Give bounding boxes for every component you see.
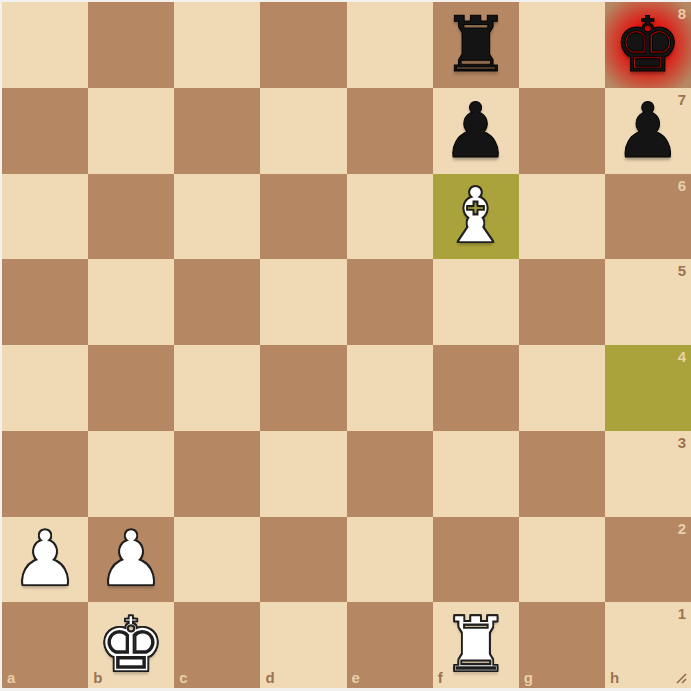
square-f6[interactable]: ♝ (433, 174, 519, 260)
square-g3[interactable] (519, 431, 605, 517)
square-b3[interactable] (88, 431, 174, 517)
square-h8[interactable]: ♚8 (605, 2, 691, 88)
coord-file-c: c (179, 670, 187, 685)
coord-rank-7: 7 (678, 92, 686, 107)
square-g8[interactable] (519, 2, 605, 88)
square-d6[interactable] (260, 174, 346, 260)
square-c3[interactable] (174, 431, 260, 517)
white-bishop[interactable]: ♝ (442, 174, 510, 260)
square-c8[interactable] (174, 2, 260, 88)
square-c4[interactable] (174, 345, 260, 431)
square-f4[interactable] (433, 345, 519, 431)
square-a1[interactable]: a (2, 602, 88, 688)
black-pawn[interactable]: ♟ (442, 88, 510, 174)
square-b2[interactable]: ♟ (88, 517, 174, 603)
square-f2[interactable] (433, 517, 519, 603)
square-g2[interactable] (519, 517, 605, 603)
square-a4[interactable] (2, 345, 88, 431)
square-b4[interactable] (88, 345, 174, 431)
square-g1[interactable]: g (519, 602, 605, 688)
coord-rank-5: 5 (678, 263, 686, 278)
square-c7[interactable] (174, 88, 260, 174)
square-c5[interactable] (174, 259, 260, 345)
black-pawn[interactable]: ♟ (614, 88, 682, 174)
coord-rank-4: 4 (678, 349, 686, 364)
square-d5[interactable] (260, 259, 346, 345)
square-h5[interactable]: 5 (605, 259, 691, 345)
square-b5[interactable] (88, 259, 174, 345)
coord-file-h: h (610, 670, 619, 685)
chess-board: ♜♚8♟♟7♝6543♟♟2a♚bcde♜fg1h (2, 2, 691, 688)
chess-board-page: ♜♚8♟♟7♝6543♟♟2a♚bcde♜fg1h (0, 0, 691, 691)
square-b7[interactable] (88, 88, 174, 174)
square-c1[interactable]: c (174, 602, 260, 688)
square-d2[interactable] (260, 517, 346, 603)
square-d4[interactable] (260, 345, 346, 431)
square-e1[interactable]: e (347, 602, 433, 688)
square-h6[interactable]: 6 (605, 174, 691, 260)
coord-file-f: f (438, 670, 443, 685)
square-a5[interactable] (2, 259, 88, 345)
square-d8[interactable] (260, 2, 346, 88)
square-h7[interactable]: ♟7 (605, 88, 691, 174)
square-a7[interactable] (2, 88, 88, 174)
square-c6[interactable] (174, 174, 260, 260)
square-h2[interactable]: 2 (605, 517, 691, 603)
square-f3[interactable] (433, 431, 519, 517)
black-king[interactable]: ♚ (614, 2, 682, 88)
square-g4[interactable] (519, 345, 605, 431)
coord-rank-2: 2 (678, 521, 686, 536)
square-h4[interactable]: 4 (605, 345, 691, 431)
coord-file-a: a (7, 670, 15, 685)
square-a2[interactable]: ♟ (2, 517, 88, 603)
square-b6[interactable] (88, 174, 174, 260)
square-e3[interactable] (347, 431, 433, 517)
square-d3[interactable] (260, 431, 346, 517)
white-pawn[interactable]: ♟ (97, 517, 165, 603)
square-e4[interactable] (347, 345, 433, 431)
board-resize-handle[interactable] (674, 671, 688, 685)
square-d1[interactable]: d (260, 602, 346, 688)
square-a6[interactable] (2, 174, 88, 260)
square-h1[interactable]: 1h (605, 602, 691, 688)
square-h3[interactable]: 3 (605, 431, 691, 517)
coord-rank-6: 6 (678, 178, 686, 193)
square-f7[interactable]: ♟ (433, 88, 519, 174)
square-f8[interactable]: ♜ (433, 2, 519, 88)
resize-icon (674, 671, 688, 685)
square-b8[interactable] (88, 2, 174, 88)
coord-rank-8: 8 (678, 6, 686, 21)
coord-file-b: b (93, 670, 102, 685)
square-a8[interactable] (2, 2, 88, 88)
square-b1[interactable]: ♚b (88, 602, 174, 688)
coord-file-d: d (265, 670, 274, 685)
square-e8[interactable] (347, 2, 433, 88)
square-e7[interactable] (347, 88, 433, 174)
white-rook[interactable]: ♜ (442, 602, 510, 688)
coord-file-e: e (352, 670, 360, 685)
square-e5[interactable] (347, 259, 433, 345)
black-rook[interactable]: ♜ (442, 2, 510, 88)
square-c2[interactable] (174, 517, 260, 603)
coord-rank-1: 1 (678, 606, 686, 621)
square-e2[interactable] (347, 517, 433, 603)
coord-file-g: g (524, 670, 533, 685)
square-a3[interactable] (2, 431, 88, 517)
square-f1[interactable]: ♜f (433, 602, 519, 688)
square-e6[interactable] (347, 174, 433, 260)
coord-rank-3: 3 (678, 435, 686, 450)
square-g7[interactable] (519, 88, 605, 174)
square-d7[interactable] (260, 88, 346, 174)
square-f5[interactable] (433, 259, 519, 345)
white-king[interactable]: ♚ (97, 602, 165, 688)
white-pawn[interactable]: ♟ (11, 517, 79, 603)
square-g6[interactable] (519, 174, 605, 260)
square-g5[interactable] (519, 259, 605, 345)
